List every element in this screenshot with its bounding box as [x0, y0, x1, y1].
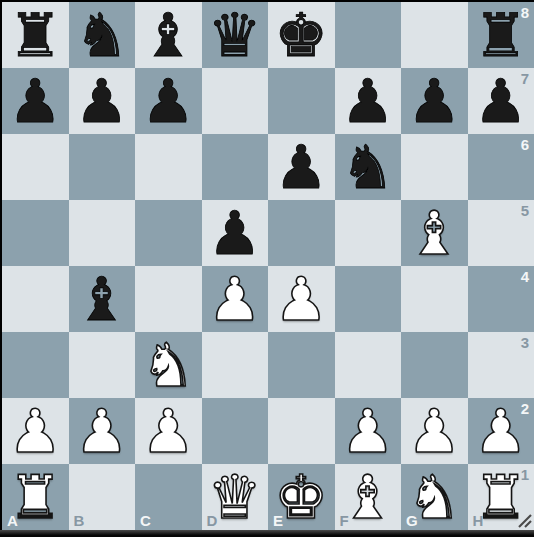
square-g6[interactable]: [401, 134, 468, 200]
rank-label-5: 5: [521, 202, 529, 219]
square-e5[interactable]: [268, 200, 335, 266]
square-d3[interactable]: [202, 332, 269, 398]
resize-handle-icon[interactable]: [516, 512, 532, 528]
piece-white-knight[interactable]: ♞: [407, 465, 461, 531]
square-d4[interactable]: ♟: [202, 266, 269, 332]
piece-white-bishop[interactable]: ♝: [341, 465, 395, 531]
square-h3[interactable]: 3: [468, 332, 534, 398]
file-label-c: C: [140, 512, 151, 529]
rank-label-3: 3: [521, 334, 529, 351]
piece-white-pawn[interactable]: ♟: [8, 399, 62, 465]
square-f3[interactable]: [335, 332, 402, 398]
square-b2[interactable]: ♟: [69, 398, 136, 464]
square-h5[interactable]: 5: [468, 200, 534, 266]
piece-black-pawn[interactable]: ♟: [75, 69, 129, 135]
square-c3[interactable]: ♞: [135, 332, 202, 398]
square-d2[interactable]: [202, 398, 269, 464]
piece-black-pawn[interactable]: ♟: [341, 69, 395, 135]
square-e1[interactable]: ♚E: [268, 464, 335, 530]
piece-white-pawn[interactable]: ♟: [474, 399, 528, 465]
piece-white-pawn[interactable]: ♟: [274, 267, 328, 333]
square-b6[interactable]: [69, 134, 136, 200]
square-g1[interactable]: ♞G: [401, 464, 468, 530]
window-bottom-edge: [0, 530, 534, 537]
piece-black-pawn[interactable]: ♟: [208, 201, 262, 267]
square-c8[interactable]: ♝: [135, 2, 202, 68]
piece-black-bishop[interactable]: ♝: [141, 3, 195, 69]
square-a4[interactable]: [2, 266, 69, 332]
square-e2[interactable]: [268, 398, 335, 464]
piece-white-king[interactable]: ♚: [274, 465, 328, 531]
piece-white-queen[interactable]: ♛: [208, 465, 262, 531]
square-f4[interactable]: [335, 266, 402, 332]
piece-black-queen[interactable]: ♛: [208, 3, 262, 69]
square-f2[interactable]: ♟: [335, 398, 402, 464]
piece-white-bishop[interactable]: ♝: [407, 201, 461, 267]
piece-white-pawn[interactable]: ♟: [407, 399, 461, 465]
piece-black-rook[interactable]: ♜: [474, 3, 528, 69]
square-g3[interactable]: [401, 332, 468, 398]
square-a2[interactable]: ♟: [2, 398, 69, 464]
square-c7[interactable]: ♟: [135, 68, 202, 134]
square-f8[interactable]: [335, 2, 402, 68]
rank-label-6: 6: [521, 136, 529, 153]
square-h7[interactable]: ♟7: [468, 68, 534, 134]
chess-board: ♜♞♝♛♚♜8♟♟♟♟♟♟7♟♞6♟♝5♝♟♟4♞3♟♟♟♟♟♟2♜ABC♛D♚…: [2, 2, 534, 530]
square-h2[interactable]: ♟2: [468, 398, 534, 464]
square-g4[interactable]: [401, 266, 468, 332]
square-b3[interactable]: [69, 332, 136, 398]
square-f6[interactable]: ♞: [335, 134, 402, 200]
square-c5[interactable]: [135, 200, 202, 266]
piece-white-rook[interactable]: ♜: [8, 465, 62, 531]
piece-black-pawn[interactable]: ♟: [407, 69, 461, 135]
square-a8[interactable]: ♜: [2, 2, 69, 68]
square-a1[interactable]: ♜A: [2, 464, 69, 530]
square-d1[interactable]: ♛D: [202, 464, 269, 530]
piece-black-pawn[interactable]: ♟: [474, 69, 528, 135]
square-b8[interactable]: ♞: [69, 2, 136, 68]
square-c6[interactable]: [135, 134, 202, 200]
piece-black-pawn[interactable]: ♟: [8, 69, 62, 135]
file-label-b: B: [74, 512, 85, 529]
square-a6[interactable]: [2, 134, 69, 200]
square-e4[interactable]: ♟: [268, 266, 335, 332]
square-e3[interactable]: [268, 332, 335, 398]
square-h8[interactable]: ♜8: [468, 2, 534, 68]
piece-black-bishop[interactable]: ♝: [75, 267, 129, 333]
square-b4[interactable]: ♝: [69, 266, 136, 332]
square-a7[interactable]: ♟: [2, 68, 69, 134]
piece-white-pawn[interactable]: ♟: [75, 399, 129, 465]
square-a3[interactable]: [2, 332, 69, 398]
square-f7[interactable]: ♟: [335, 68, 402, 134]
square-h6[interactable]: 6: [468, 134, 534, 200]
piece-black-knight[interactable]: ♞: [75, 3, 129, 69]
square-d5[interactable]: ♟: [202, 200, 269, 266]
piece-white-pawn[interactable]: ♟: [341, 399, 395, 465]
square-b1[interactable]: B: [69, 464, 136, 530]
square-b5[interactable]: [69, 200, 136, 266]
piece-black-pawn[interactable]: ♟: [141, 69, 195, 135]
square-g2[interactable]: ♟: [401, 398, 468, 464]
square-h4[interactable]: 4: [468, 266, 534, 332]
square-g7[interactable]: ♟: [401, 68, 468, 134]
square-b7[interactable]: ♟: [69, 68, 136, 134]
square-f1[interactable]: ♝F: [335, 464, 402, 530]
piece-white-pawn[interactable]: ♟: [208, 267, 262, 333]
square-c1[interactable]: C: [135, 464, 202, 530]
rank-label-4: 4: [521, 268, 529, 285]
piece-black-pawn[interactable]: ♟: [274, 135, 328, 201]
square-d6[interactable]: [202, 134, 269, 200]
square-a5[interactable]: [2, 200, 69, 266]
square-e8[interactable]: ♚: [268, 2, 335, 68]
square-f5[interactable]: [335, 200, 402, 266]
square-g5[interactable]: ♝: [401, 200, 468, 266]
square-c4[interactable]: [135, 266, 202, 332]
chess-board-window: ♜♞♝♛♚♜8♟♟♟♟♟♟7♟♞6♟♝5♝♟♟4♞3♟♟♟♟♟♟2♜ABC♛D♚…: [0, 0, 534, 537]
square-d7[interactable]: [202, 68, 269, 134]
square-g8[interactable]: [401, 2, 468, 68]
piece-black-rook[interactable]: ♜: [8, 3, 62, 69]
piece-white-knight[interactable]: ♞: [141, 333, 195, 399]
piece-black-king[interactable]: ♚: [274, 3, 328, 69]
square-d8[interactable]: ♛: [202, 2, 269, 68]
piece-white-pawn[interactable]: ♟: [141, 399, 195, 465]
square-e6[interactable]: ♟: [268, 134, 335, 200]
piece-black-knight[interactable]: ♞: [341, 135, 395, 201]
square-c2[interactable]: ♟: [135, 398, 202, 464]
square-e7[interactable]: [268, 68, 335, 134]
